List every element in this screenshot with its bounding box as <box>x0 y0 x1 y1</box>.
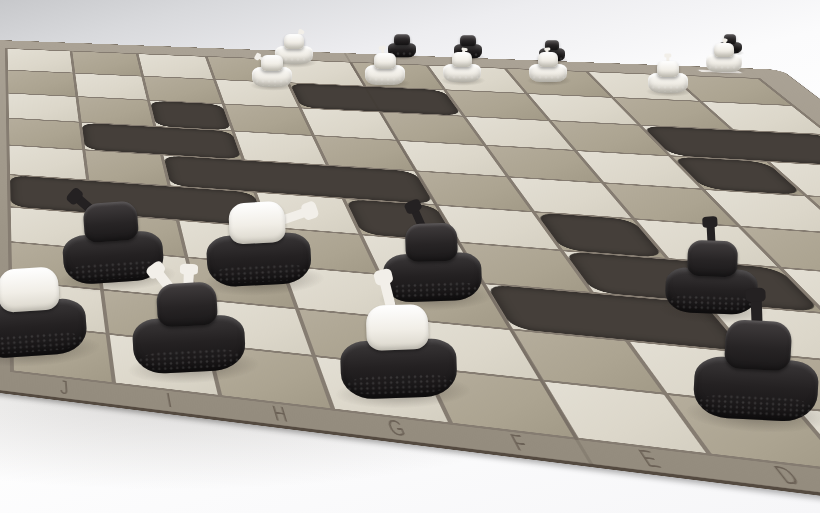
tank-turret <box>460 36 475 47</box>
tank-turret <box>0 266 60 313</box>
white-tank[interactable] <box>648 59 688 93</box>
tank-treads <box>445 75 480 81</box>
tank-treads <box>650 85 687 92</box>
black-tank[interactable] <box>338 297 457 400</box>
tank-turret <box>82 201 139 244</box>
tank-turret <box>228 201 286 245</box>
gun-muzzle <box>254 53 261 61</box>
tank-turret <box>723 319 792 371</box>
gun-muzzle <box>300 200 319 221</box>
tank-treads <box>531 75 566 81</box>
black-tank[interactable] <box>692 311 820 423</box>
tank-treads <box>668 294 753 312</box>
gun-muzzle <box>404 198 423 215</box>
photo-scene: J I H G F E D C B A <box>0 0 820 513</box>
white-tank[interactable] <box>365 51 405 85</box>
tank-turret <box>374 53 396 69</box>
tank-turret <box>284 34 305 49</box>
tank-turret <box>538 52 559 67</box>
tank-treads <box>367 77 404 84</box>
black-tank[interactable] <box>204 195 312 289</box>
tank-turret <box>714 43 733 57</box>
tank-treads <box>346 373 453 396</box>
black-tank[interactable] <box>130 274 247 375</box>
tank-turret <box>156 281 219 328</box>
gun-muzzle <box>65 186 85 206</box>
black-tank[interactable] <box>382 217 483 304</box>
gun-muzzle <box>544 47 550 51</box>
gun-muzzle <box>703 217 718 228</box>
gun-muzzle <box>722 38 728 42</box>
white-tank[interactable] <box>706 41 742 72</box>
white-tank[interactable] <box>443 50 481 82</box>
gun-muzzle <box>179 263 197 274</box>
gun-muzzle <box>746 287 767 303</box>
tank-treads <box>707 65 740 71</box>
tank-turret <box>452 52 473 67</box>
gun-muzzle <box>665 54 671 58</box>
tank-turret <box>365 304 429 352</box>
tank-treads <box>254 79 291 86</box>
gun-muzzle <box>379 46 386 51</box>
tank-turret <box>657 61 679 77</box>
tank-turret <box>404 222 458 262</box>
tank-treads <box>138 347 242 371</box>
tank-treads <box>697 393 812 420</box>
tank-turret <box>394 35 409 46</box>
tank-turret <box>687 239 738 277</box>
tank-turret <box>261 55 283 71</box>
gun-muzzle <box>461 47 468 51</box>
white-tank[interactable] <box>252 53 292 87</box>
pieces-layer <box>0 0 820 513</box>
black-tank[interactable] <box>0 258 88 359</box>
white-tank[interactable] <box>529 50 567 82</box>
black-tank[interactable] <box>665 234 760 315</box>
